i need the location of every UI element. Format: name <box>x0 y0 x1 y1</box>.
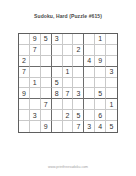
page-title: Sudoku, Hard (Puzzle #615) <box>0 13 136 19</box>
cell-r1c4: 3 <box>52 34 63 45</box>
cell-r2c7[interactable] <box>84 45 95 56</box>
cell-r2c5[interactable] <box>63 45 74 56</box>
cell-r1c3: 5 <box>41 34 52 45</box>
cell-r3c9[interactable] <box>106 56 117 67</box>
cell-r6c2[interactable] <box>30 88 41 99</box>
cell-r8c2: 3 <box>30 110 41 121</box>
cell-r7c7[interactable] <box>84 99 95 110</box>
cell-r9c4[interactable] <box>52 121 63 132</box>
cell-r3c4[interactable] <box>52 56 63 67</box>
cell-r5c9[interactable] <box>106 78 117 89</box>
cell-r3c2[interactable] <box>30 56 41 67</box>
cell-r4c2[interactable] <box>30 67 41 78</box>
cell-r3c3[interactable] <box>41 56 52 67</box>
cell-r6c5: 7 <box>63 88 74 99</box>
cell-r3c5[interactable] <box>63 56 74 67</box>
cell-r2c6: 2 <box>73 45 84 56</box>
cell-r3c6[interactable] <box>73 56 84 67</box>
cell-r5c2: 1 <box>30 78 41 89</box>
cell-r1c1[interactable] <box>19 34 30 45</box>
cell-r2c3[interactable] <box>41 45 52 56</box>
cell-r1c2: 9 <box>30 34 41 45</box>
cell-r9c7: 3 <box>84 121 95 132</box>
cell-r6c7[interactable] <box>84 88 95 99</box>
cell-r5c4: 5 <box>52 78 63 89</box>
footer-url: www.printfreesudoku.com <box>0 165 136 169</box>
cell-r9c1[interactable] <box>19 121 30 132</box>
cell-r2c8[interactable] <box>95 45 106 56</box>
sudoku-board: 953172249713159873571325697345 <box>18 33 118 133</box>
cell-r7c3: 7 <box>41 99 52 110</box>
cell-r4c4[interactable] <box>52 67 63 78</box>
cell-r9c5[interactable] <box>63 121 74 132</box>
cell-r2c9[interactable] <box>106 45 117 56</box>
cell-r4c5: 1 <box>63 67 74 78</box>
cell-r8c7[interactable] <box>84 110 95 121</box>
cell-r4c9: 3 <box>106 67 117 78</box>
cell-r8c8: 6 <box>95 110 106 121</box>
cell-r1c5[interactable] <box>63 34 74 45</box>
cell-r5c7[interactable] <box>84 78 95 89</box>
cell-r8c1[interactable] <box>19 110 30 121</box>
cell-r8c3[interactable] <box>41 110 52 121</box>
cell-r6c9[interactable] <box>106 88 117 99</box>
cell-r1c8: 1 <box>95 34 106 45</box>
cell-r1c6[interactable] <box>73 34 84 45</box>
cell-r6c4: 8 <box>52 88 63 99</box>
cell-r4c6[interactable] <box>73 67 84 78</box>
cell-r5c6[interactable] <box>73 78 84 89</box>
cell-r6c6: 3 <box>73 88 84 99</box>
cell-r9c9: 5 <box>106 121 117 132</box>
cell-r4c3[interactable] <box>41 67 52 78</box>
cell-r1c7[interactable] <box>84 34 95 45</box>
cell-r7c2[interactable] <box>30 99 41 110</box>
cell-r8c6: 5 <box>73 110 84 121</box>
cell-r9c8: 4 <box>95 121 106 132</box>
cell-r4c1: 7 <box>19 67 30 78</box>
cell-r5c5[interactable] <box>63 78 74 89</box>
cell-r6c1: 9 <box>19 88 30 99</box>
cell-r2c4[interactable] <box>52 45 63 56</box>
cell-r7c8[interactable] <box>95 99 106 110</box>
cell-r1c9[interactable] <box>106 34 117 45</box>
cell-r6c3[interactable] <box>41 88 52 99</box>
cell-r4c7[interactable] <box>84 67 95 78</box>
cell-r7c4[interactable] <box>52 99 63 110</box>
cell-r5c1[interactable] <box>19 78 30 89</box>
cell-r8c4[interactable] <box>52 110 63 121</box>
cell-r5c3[interactable] <box>41 78 52 89</box>
cell-r8c9[interactable] <box>106 110 117 121</box>
cell-r3c7: 4 <box>84 56 95 67</box>
cell-r9c6: 7 <box>73 121 84 132</box>
cell-r7c6[interactable] <box>73 99 84 110</box>
cell-r8c5: 2 <box>63 110 74 121</box>
cell-r6c8: 5 <box>95 88 106 99</box>
cell-r2c1[interactable] <box>19 45 30 56</box>
cell-r9c2[interactable] <box>30 121 41 132</box>
cell-r4c8[interactable] <box>95 67 106 78</box>
cell-r3c1: 2 <box>19 56 30 67</box>
cell-r2c2: 7 <box>30 45 41 56</box>
cell-r7c9: 1 <box>106 99 117 110</box>
cell-r7c1[interactable] <box>19 99 30 110</box>
cell-r7c5[interactable] <box>63 99 74 110</box>
cell-r3c8: 9 <box>95 56 106 67</box>
cell-r9c3: 9 <box>41 121 52 132</box>
cell-r5c8[interactable] <box>95 78 106 89</box>
